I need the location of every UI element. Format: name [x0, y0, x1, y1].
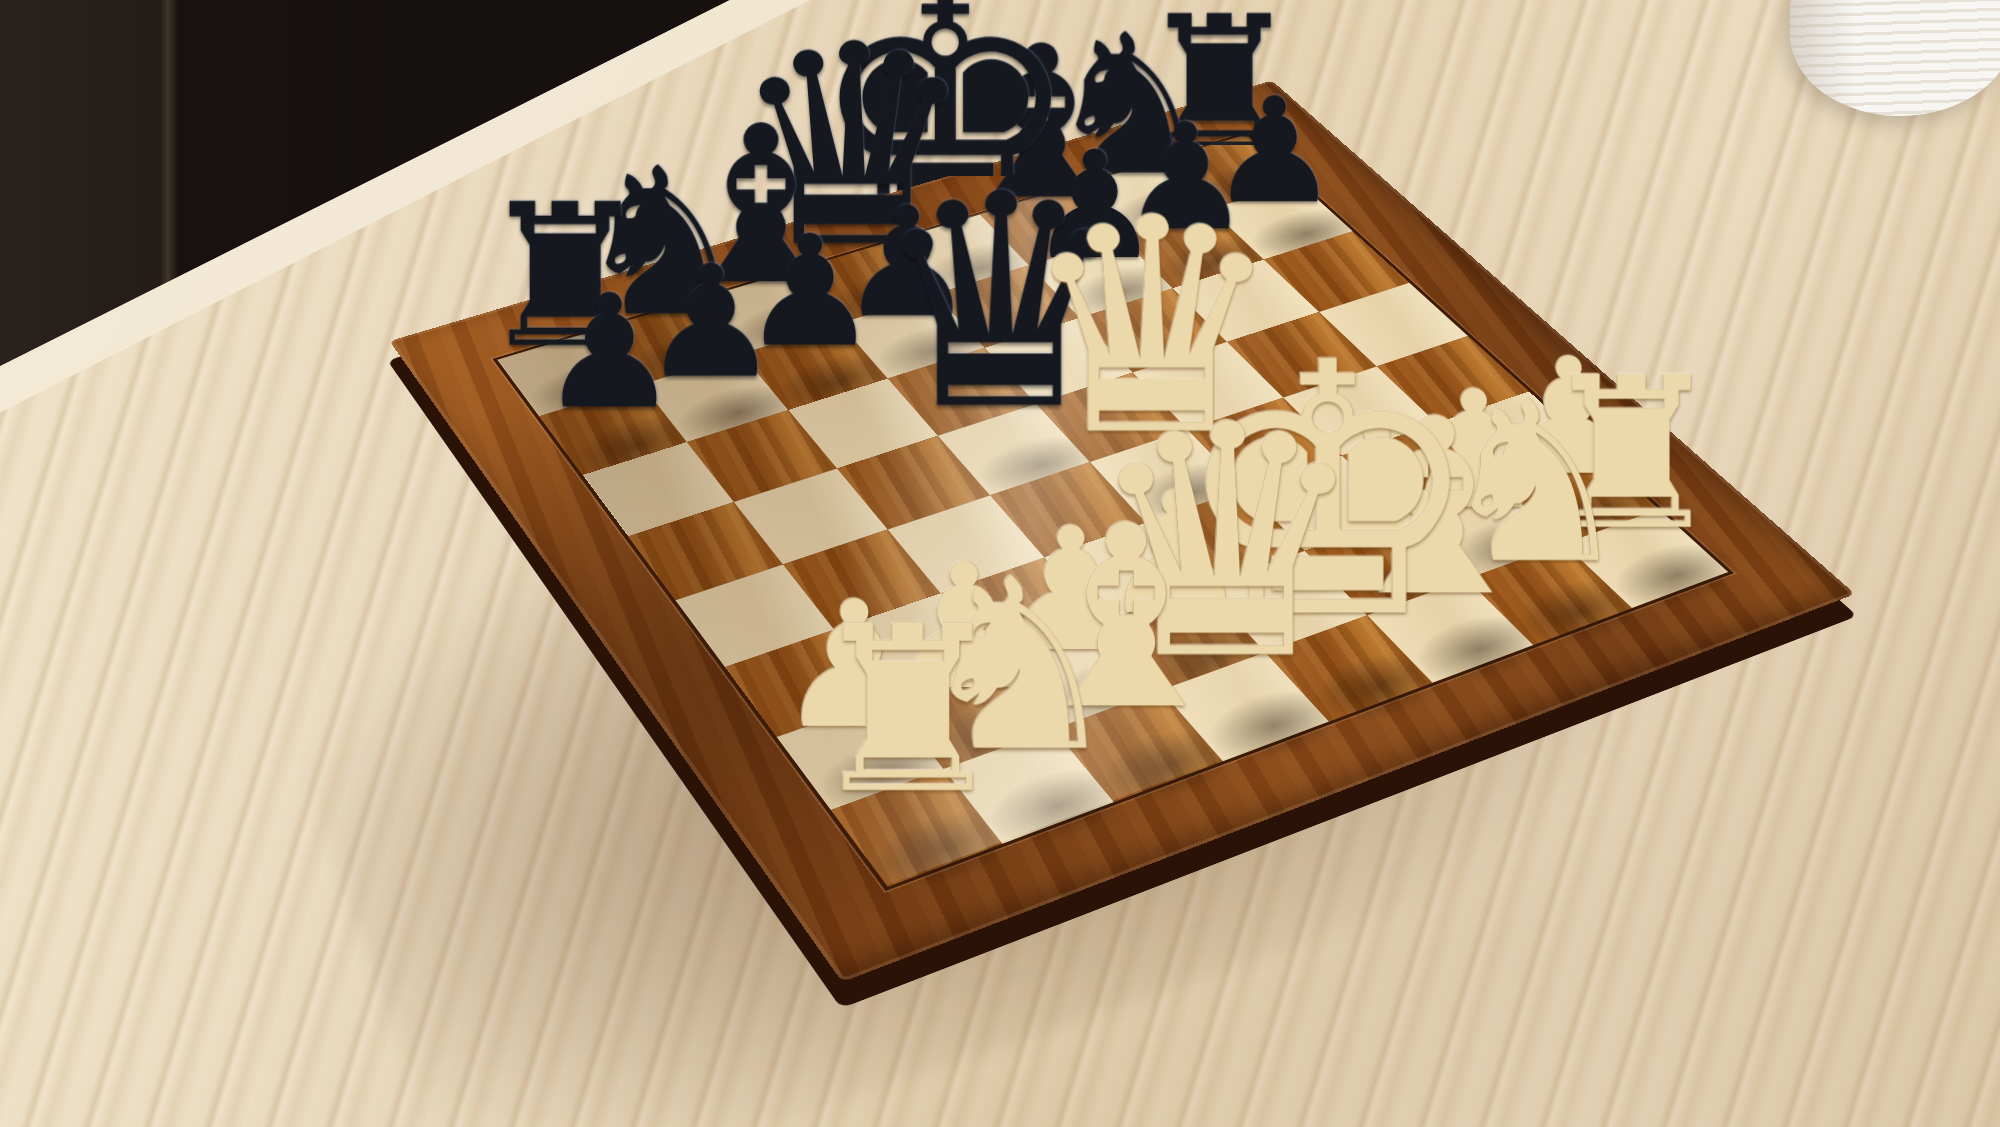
piece-black-pawn-a7[interactable]: ♟ — [539, 274, 680, 431]
square-a1[interactable]: ♜ — [831, 769, 1002, 887]
piece-shadow — [561, 399, 722, 484]
piece-white-rook-a1[interactable]: ♜ — [805, 597, 1010, 826]
